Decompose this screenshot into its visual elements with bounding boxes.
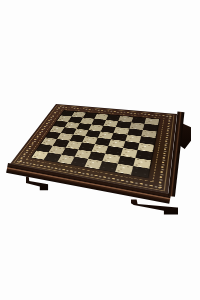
chess-board: [0, 0, 200, 300]
product-photo: [0, 0, 200, 300]
